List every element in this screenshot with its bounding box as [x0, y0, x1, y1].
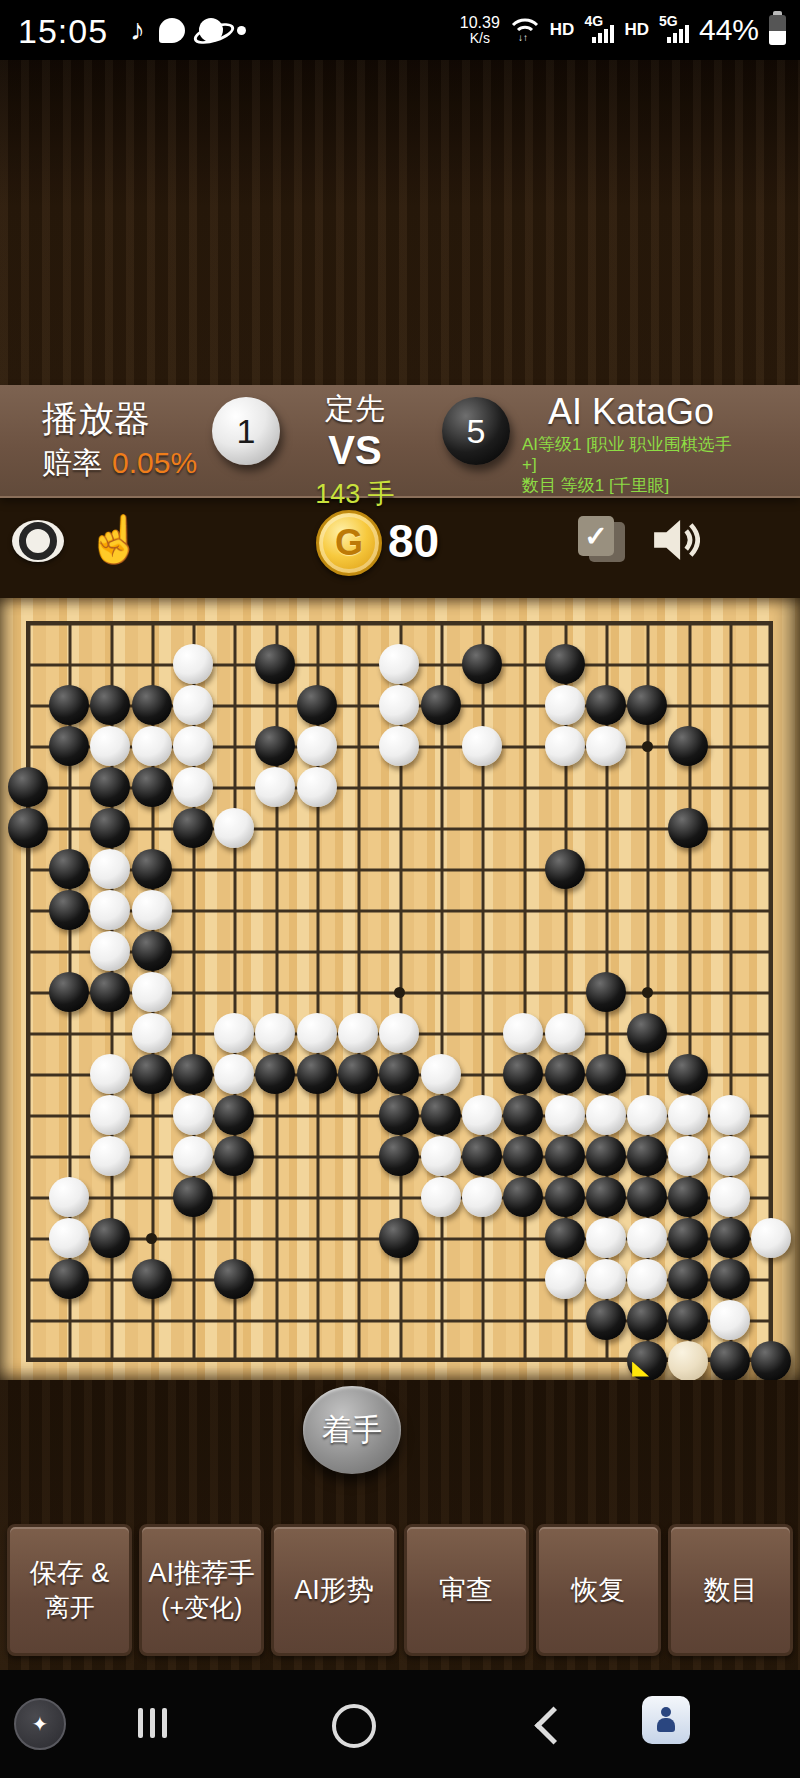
board-cell[interactable] — [461, 971, 502, 1012]
board-cell[interactable] — [709, 1176, 750, 1217]
board-cell[interactable] — [90, 602, 131, 643]
board-cell[interactable] — [48, 930, 89, 971]
board-cell[interactable] — [213, 807, 254, 848]
board-cell[interactable] — [626, 1299, 667, 1340]
board-cell[interactable] — [668, 1053, 709, 1094]
board-cell[interactable] — [668, 807, 709, 848]
board-cell[interactable] — [420, 1299, 461, 1340]
board-cell[interactable] — [544, 807, 585, 848]
board-cell[interactable] — [709, 725, 750, 766]
board-cell[interactable] — [172, 1217, 213, 1258]
board-cell[interactable] — [48, 1340, 89, 1381]
board-cell[interactable] — [48, 684, 89, 725]
board-cell[interactable] — [337, 602, 378, 643]
board-cell[interactable] — [255, 1299, 296, 1340]
board-cell[interactable] — [544, 971, 585, 1012]
board-cell[interactable] — [750, 1258, 791, 1299]
board-cell[interactable] — [255, 1258, 296, 1299]
board-cell[interactable] — [544, 848, 585, 889]
board-cell[interactable] — [131, 1217, 172, 1258]
board-cell[interactable] — [7, 684, 48, 725]
board-cell[interactable] — [626, 889, 667, 930]
app-shortcut-icon[interactable] — [642, 1696, 690, 1744]
board-cell[interactable] — [709, 889, 750, 930]
board-cell[interactable] — [668, 766, 709, 807]
board-cell[interactable] — [420, 971, 461, 1012]
board-cell[interactable] — [7, 848, 48, 889]
board-cell[interactable] — [131, 1176, 172, 1217]
board-cell[interactable] — [420, 725, 461, 766]
board-cell[interactable] — [626, 1176, 667, 1217]
board-cell[interactable] — [131, 643, 172, 684]
board-cell[interactable] — [90, 725, 131, 766]
board-cell[interactable] — [668, 684, 709, 725]
board-cell[interactable] — [750, 971, 791, 1012]
board-cell[interactable] — [48, 1012, 89, 1053]
board-cell[interactable] — [668, 889, 709, 930]
board-cell[interactable] — [503, 1094, 544, 1135]
board-cell[interactable] — [544, 766, 585, 807]
board-cell[interactable] — [379, 684, 420, 725]
board-cell[interactable] — [131, 1340, 172, 1381]
board-cell[interactable] — [461, 1135, 502, 1176]
board-cell[interactable] — [213, 1094, 254, 1135]
board-cell[interactable] — [420, 930, 461, 971]
board-cell[interactable] — [90, 930, 131, 971]
board-cell[interactable] — [668, 602, 709, 643]
review-button[interactable]: 审查 — [404, 1524, 529, 1656]
board-cell[interactable] — [337, 643, 378, 684]
board-cell[interactable] — [379, 1176, 420, 1217]
board-cell[interactable] — [626, 766, 667, 807]
ai-analysis-button[interactable]: AI形势 — [271, 1524, 396, 1656]
board-cell[interactable] — [709, 602, 750, 643]
board-cell[interactable] — [461, 1094, 502, 1135]
board-cell[interactable] — [709, 684, 750, 725]
checkbox-icon[interactable]: ✓ — [578, 516, 620, 562]
board-cell[interactable] — [420, 848, 461, 889]
board-cell[interactable] — [379, 1340, 420, 1381]
board-cell[interactable] — [296, 1217, 337, 1258]
board-cell[interactable] — [337, 1135, 378, 1176]
board-cell[interactable] — [48, 643, 89, 684]
board-cell[interactable] — [709, 807, 750, 848]
board-cell[interactable] — [503, 1135, 544, 1176]
board-cell[interactable] — [90, 1094, 131, 1135]
board-cell[interactable] — [7, 1217, 48, 1258]
board-cell[interactable] — [255, 643, 296, 684]
board-cell[interactable] — [7, 971, 48, 1012]
board-cell[interactable] — [213, 1135, 254, 1176]
board-cell[interactable] — [90, 1176, 131, 1217]
board-cell[interactable] — [337, 1217, 378, 1258]
board-cell[interactable] — [709, 848, 750, 889]
board-cell[interactable] — [90, 643, 131, 684]
board-cell[interactable] — [255, 766, 296, 807]
board-cell[interactable] — [172, 971, 213, 1012]
board-cell[interactable] — [503, 643, 544, 684]
board-cell[interactable] — [709, 766, 750, 807]
board-cell[interactable] — [379, 643, 420, 684]
board-cell[interactable] — [379, 971, 420, 1012]
board-cell[interactable] — [379, 1217, 420, 1258]
board-cell[interactable] — [503, 1340, 544, 1381]
board-cell[interactable] — [420, 1094, 461, 1135]
board-cell[interactable] — [131, 725, 172, 766]
board-cell[interactable] — [503, 807, 544, 848]
board-cell[interactable] — [626, 1340, 667, 1381]
board-cell[interactable] — [172, 602, 213, 643]
board-cell[interactable] — [213, 766, 254, 807]
board-cell[interactable] — [213, 1176, 254, 1217]
board-cell[interactable] — [48, 1299, 89, 1340]
board-cell[interactable] — [131, 602, 172, 643]
board-cell[interactable] — [213, 1012, 254, 1053]
board-cell[interactable] — [213, 1299, 254, 1340]
board-cell[interactable] — [172, 1176, 213, 1217]
board-cell[interactable] — [172, 1258, 213, 1299]
board-cell[interactable] — [420, 1176, 461, 1217]
board-cell[interactable] — [544, 684, 585, 725]
board-cell[interactable] — [7, 1094, 48, 1135]
board-cell[interactable] — [379, 602, 420, 643]
board-cell[interactable] — [750, 1299, 791, 1340]
board-cell[interactable] — [585, 1176, 626, 1217]
board-cell[interactable] — [255, 1217, 296, 1258]
board-cell[interactable] — [213, 602, 254, 643]
board-cell[interactable] — [296, 930, 337, 971]
board-cell[interactable] — [337, 1258, 378, 1299]
board-cell[interactable] — [172, 684, 213, 725]
board-cell[interactable] — [131, 848, 172, 889]
board-cell[interactable] — [131, 1258, 172, 1299]
board-cell[interactable] — [626, 1217, 667, 1258]
board-cell[interactable] — [709, 1053, 750, 1094]
board-cell[interactable] — [709, 1258, 750, 1299]
board-cell[interactable] — [48, 1053, 89, 1094]
save-and-leave-button[interactable]: 保存 &离开 — [7, 1524, 132, 1656]
board-cell[interactable] — [48, 889, 89, 930]
board-cell[interactable] — [626, 848, 667, 889]
board-cell[interactable] — [90, 684, 131, 725]
board-cell[interactable] — [585, 1094, 626, 1135]
board-cell[interactable] — [668, 848, 709, 889]
board-cell[interactable] — [48, 1135, 89, 1176]
board-cell[interactable] — [337, 1094, 378, 1135]
board-cell[interactable] — [379, 1094, 420, 1135]
board-cell[interactable] — [7, 889, 48, 930]
board-cell[interactable] — [461, 602, 502, 643]
board-cell[interactable] — [131, 971, 172, 1012]
board-cell[interactable] — [750, 725, 791, 766]
board-cell[interactable] — [585, 1053, 626, 1094]
board-cell[interactable] — [172, 725, 213, 766]
board-cell[interactable] — [90, 848, 131, 889]
restore-button[interactable]: 恢复 — [536, 1524, 661, 1656]
board-cell[interactable] — [337, 1012, 378, 1053]
board-cell[interactable] — [461, 725, 502, 766]
board-cell[interactable] — [503, 602, 544, 643]
board-cell[interactable] — [172, 889, 213, 930]
board-cell[interactable] — [337, 1340, 378, 1381]
board-cell[interactable] — [544, 725, 585, 766]
board-cell[interactable] — [172, 1053, 213, 1094]
board-cell[interactable] — [585, 930, 626, 971]
board-cell[interactable] — [750, 684, 791, 725]
board-cell[interactable] — [255, 1012, 296, 1053]
board-cell[interactable] — [172, 1094, 213, 1135]
board-cell[interactable] — [626, 1258, 667, 1299]
board-cell[interactable] — [255, 1053, 296, 1094]
board-cell[interactable] — [750, 1217, 791, 1258]
board-cell[interactable] — [585, 807, 626, 848]
board-cell[interactable] — [255, 725, 296, 766]
board-cell[interactable] — [461, 848, 502, 889]
board-cell[interactable] — [379, 1135, 420, 1176]
board-cell[interactable] — [544, 1094, 585, 1135]
board-cell[interactable] — [544, 889, 585, 930]
board-cell[interactable] — [420, 684, 461, 725]
board-cell[interactable] — [379, 1012, 420, 1053]
board-cell[interactable] — [90, 1012, 131, 1053]
board-cell[interactable] — [296, 1135, 337, 1176]
board-cell[interactable] — [255, 1176, 296, 1217]
board-cell[interactable] — [7, 766, 48, 807]
board-cell[interactable] — [90, 1217, 131, 1258]
board-cell[interactable] — [461, 766, 502, 807]
board-cell[interactable] — [626, 971, 667, 1012]
board-cell[interactable] — [213, 643, 254, 684]
board-cell[interactable] — [296, 848, 337, 889]
board-cell[interactable] — [585, 1135, 626, 1176]
board-cell[interactable] — [668, 1135, 709, 1176]
board-cell[interactable] — [668, 1299, 709, 1340]
board-cell[interactable] — [420, 1258, 461, 1299]
board-cell[interactable] — [585, 725, 626, 766]
board-cell[interactable] — [544, 1176, 585, 1217]
board-cell[interactable] — [544, 1258, 585, 1299]
board-cell[interactable] — [461, 1176, 502, 1217]
board-cell[interactable] — [296, 643, 337, 684]
board-cell[interactable] — [750, 766, 791, 807]
board-cell[interactable] — [668, 1217, 709, 1258]
board-cell[interactable] — [7, 1135, 48, 1176]
board-cell[interactable] — [750, 1176, 791, 1217]
board-cell[interactable] — [213, 848, 254, 889]
board-cell[interactable] — [626, 725, 667, 766]
board-cell[interactable] — [172, 1299, 213, 1340]
board-cell[interactable] — [337, 725, 378, 766]
board-cell[interactable] — [420, 807, 461, 848]
board-cell[interactable] — [131, 1053, 172, 1094]
board-cell[interactable] — [420, 766, 461, 807]
board-cell[interactable] — [337, 1299, 378, 1340]
pointer-hand-icon[interactable]: ☝ — [86, 512, 143, 566]
board-cell[interactable] — [585, 1012, 626, 1053]
board-cell[interactable] — [255, 1340, 296, 1381]
board-cell[interactable] — [420, 1012, 461, 1053]
board-cell[interactable] — [296, 889, 337, 930]
board-cell[interactable] — [420, 602, 461, 643]
board-cell[interactable] — [172, 1012, 213, 1053]
board-cell[interactable] — [626, 930, 667, 971]
board-cell[interactable] — [750, 889, 791, 930]
board-cell[interactable] — [90, 1053, 131, 1094]
board-cell[interactable] — [255, 684, 296, 725]
board-cell[interactable] — [544, 602, 585, 643]
board-cell[interactable] — [626, 1094, 667, 1135]
board-cell[interactable] — [213, 684, 254, 725]
board-cell[interactable] — [420, 1340, 461, 1381]
board-cell[interactable] — [461, 1258, 502, 1299]
eye-icon[interactable] — [12, 520, 64, 562]
board-cell[interactable] — [626, 1053, 667, 1094]
ai-suggest-button[interactable]: AI推荐手(+变化) — [139, 1524, 264, 1656]
board-cell[interactable] — [337, 684, 378, 725]
board-cell[interactable] — [461, 1299, 502, 1340]
board-cell[interactable] — [544, 1012, 585, 1053]
speaker-icon[interactable] — [648, 514, 700, 570]
board-cell[interactable] — [750, 602, 791, 643]
recents-button[interactable] — [138, 1708, 167, 1738]
board-cell[interactable] — [503, 848, 544, 889]
board-cell[interactable] — [668, 643, 709, 684]
board-cell[interactable] — [750, 848, 791, 889]
board-cell[interactable] — [131, 1094, 172, 1135]
board-cell[interactable] — [337, 1053, 378, 1094]
board-cell[interactable] — [461, 1340, 502, 1381]
board-cell[interactable] — [296, 1258, 337, 1299]
board-cell[interactable] — [668, 1258, 709, 1299]
board-cell[interactable] — [7, 1012, 48, 1053]
board-cell[interactable] — [668, 1094, 709, 1135]
board-cell[interactable] — [337, 889, 378, 930]
board-cell[interactable] — [544, 1217, 585, 1258]
board-cell[interactable] — [48, 602, 89, 643]
board-cell[interactable] — [750, 1012, 791, 1053]
board-cell[interactable] — [131, 1299, 172, 1340]
board-cell[interactable] — [585, 766, 626, 807]
board-cell[interactable] — [48, 1094, 89, 1135]
board-cell[interactable] — [7, 1258, 48, 1299]
board-cell[interactable] — [379, 766, 420, 807]
board-cell[interactable] — [585, 848, 626, 889]
board-cell[interactable] — [503, 1258, 544, 1299]
board-cell[interactable] — [420, 1135, 461, 1176]
board-cell[interactable] — [379, 848, 420, 889]
board-cell[interactable] — [750, 643, 791, 684]
board-cell[interactable] — [461, 930, 502, 971]
board-cell[interactable] — [750, 1340, 791, 1381]
board-cell[interactable] — [172, 848, 213, 889]
board-cell[interactable] — [626, 807, 667, 848]
board-cell[interactable] — [379, 930, 420, 971]
board-cell[interactable] — [379, 1299, 420, 1340]
board-cell[interactable] — [213, 1053, 254, 1094]
board-cell[interactable] — [461, 807, 502, 848]
board-cell[interactable] — [544, 1299, 585, 1340]
board-cell[interactable] — [503, 725, 544, 766]
board-cell[interactable] — [750, 1135, 791, 1176]
board-cell[interactable] — [668, 1012, 709, 1053]
board-cell[interactable] — [626, 684, 667, 725]
board-cell[interactable] — [296, 602, 337, 643]
board-cell[interactable] — [213, 1258, 254, 1299]
board-cell[interactable] — [90, 1299, 131, 1340]
board-cell[interactable] — [296, 766, 337, 807]
board-cell[interactable] — [544, 643, 585, 684]
board-cell[interactable] — [337, 930, 378, 971]
board-cell[interactable] — [7, 1176, 48, 1217]
board-cell[interactable] — [668, 1176, 709, 1217]
board-cell[interactable] — [544, 1340, 585, 1381]
board-cell[interactable] — [213, 1217, 254, 1258]
board-cell[interactable] — [461, 643, 502, 684]
board-cell[interactable] — [750, 930, 791, 971]
board-cell[interactable] — [213, 1340, 254, 1381]
board-cell[interactable] — [213, 930, 254, 971]
board-cell[interactable] — [668, 930, 709, 971]
board-cell[interactable] — [503, 930, 544, 971]
board-cell[interactable] — [461, 1217, 502, 1258]
board-cell[interactable] — [709, 1299, 750, 1340]
board-cell[interactable] — [420, 1053, 461, 1094]
board-cell[interactable] — [626, 602, 667, 643]
board-cell[interactable] — [172, 766, 213, 807]
board-cell[interactable] — [337, 1176, 378, 1217]
board-cell[interactable] — [296, 1176, 337, 1217]
board-cell[interactable] — [709, 930, 750, 971]
board-cell[interactable] — [172, 930, 213, 971]
board-cell[interactable] — [750, 1094, 791, 1135]
board-cell[interactable] — [255, 807, 296, 848]
board-cell[interactable] — [585, 684, 626, 725]
board-cell[interactable] — [379, 1258, 420, 1299]
board-cell[interactable] — [626, 1012, 667, 1053]
coin-icon[interactable]: G — [316, 510, 382, 576]
board-cell[interactable] — [379, 889, 420, 930]
board-cell[interactable] — [90, 971, 131, 1012]
board-cell[interactable] — [709, 1340, 750, 1381]
board-cell[interactable] — [48, 766, 89, 807]
board-cell[interactable] — [709, 971, 750, 1012]
board-cell[interactable] — [131, 766, 172, 807]
board-cell[interactable] — [90, 889, 131, 930]
count-button[interactable]: 数目 — [668, 1524, 793, 1656]
board-cell[interactable] — [750, 1053, 791, 1094]
board-cell[interactable] — [709, 1217, 750, 1258]
board-cell[interactable] — [255, 602, 296, 643]
board-cell[interactable] — [48, 1258, 89, 1299]
board-cell[interactable] — [296, 1299, 337, 1340]
board-cell[interactable] — [255, 889, 296, 930]
board-cell[interactable] — [48, 725, 89, 766]
board-cell[interactable] — [503, 1053, 544, 1094]
home-button[interactable] — [332, 1704, 376, 1748]
board-cell[interactable] — [585, 1217, 626, 1258]
board-cell[interactable] — [626, 1135, 667, 1176]
board-cell[interactable] — [131, 807, 172, 848]
board-cell[interactable] — [709, 1135, 750, 1176]
board-cell[interactable] — [172, 807, 213, 848]
board-cell[interactable] — [172, 1340, 213, 1381]
board-cell[interactable] — [48, 1176, 89, 1217]
board-cell[interactable] — [172, 643, 213, 684]
board-cell[interactable] — [7, 602, 48, 643]
board-cell[interactable] — [503, 766, 544, 807]
board-cell[interactable] — [585, 1299, 626, 1340]
board-cell[interactable] — [337, 971, 378, 1012]
